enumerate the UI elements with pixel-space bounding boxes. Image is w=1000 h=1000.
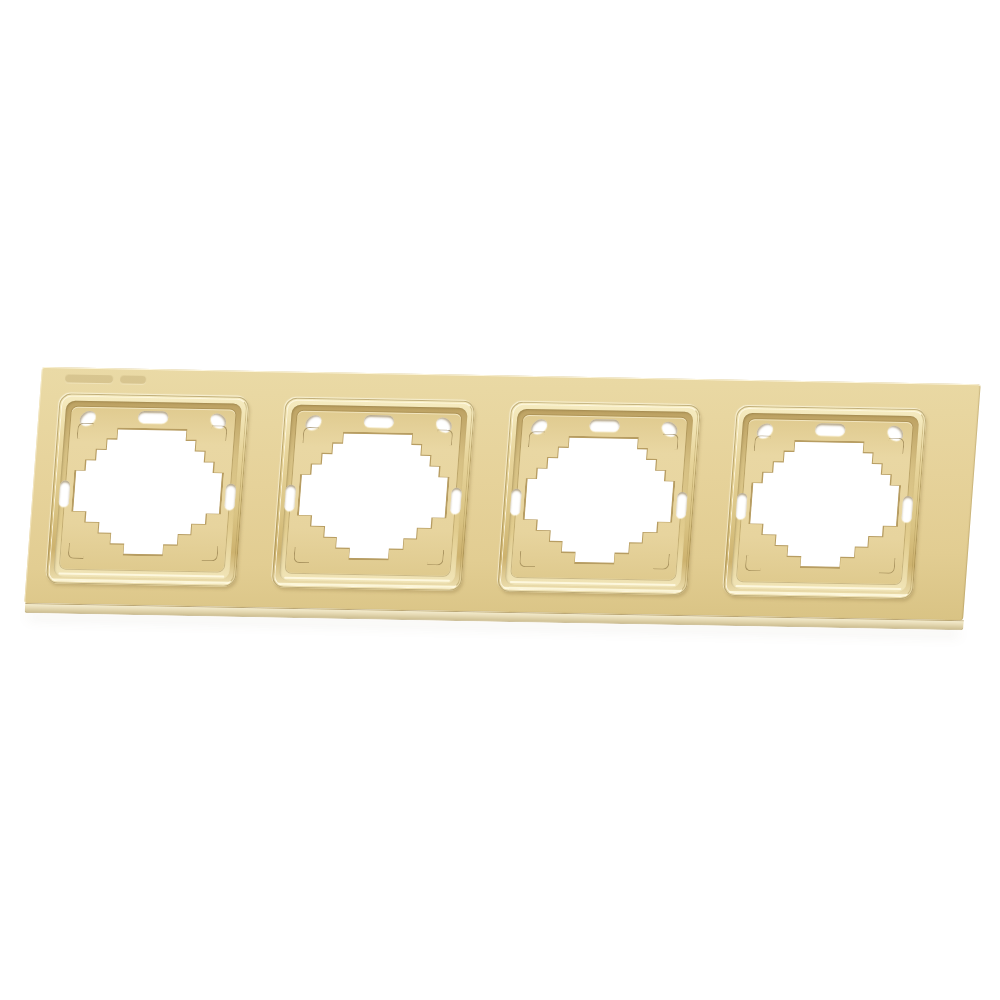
corner-seam bbox=[653, 553, 670, 569]
corner-seam bbox=[302, 427, 319, 443]
corner-seam bbox=[210, 425, 227, 441]
top-center-slot bbox=[815, 423, 846, 436]
stepped-aperture bbox=[519, 435, 678, 566]
gang-opening-4 bbox=[723, 406, 927, 599]
right-side-slot bbox=[901, 496, 913, 522]
gang-insert bbox=[60, 407, 236, 572]
corner-seam bbox=[427, 549, 444, 565]
corner-seam bbox=[662, 433, 679, 449]
gang-insert bbox=[511, 415, 687, 580]
right-side-slot bbox=[676, 492, 688, 518]
right-side-slot bbox=[450, 488, 462, 514]
left-side-slot bbox=[510, 489, 522, 515]
gang-row bbox=[24, 367, 980, 620]
corner-seam bbox=[745, 555, 762, 571]
right-side-slot bbox=[224, 484, 236, 510]
corner-seam bbox=[436, 429, 453, 445]
left-side-slot bbox=[736, 493, 748, 519]
gang-insert bbox=[286, 411, 462, 576]
top-center-slot bbox=[363, 415, 394, 428]
corner-seam bbox=[77, 423, 94, 439]
top-center-slot bbox=[138, 411, 169, 424]
corner-seam bbox=[519, 551, 536, 567]
corner-seam bbox=[293, 547, 310, 563]
gang-opening-3 bbox=[497, 402, 701, 595]
stepped-aperture bbox=[745, 439, 904, 570]
corner-seam bbox=[528, 431, 545, 447]
gang-insert bbox=[737, 419, 913, 584]
gang-opening-1 bbox=[46, 393, 250, 586]
corner-seam bbox=[878, 558, 895, 574]
stepped-aperture bbox=[68, 427, 227, 558]
stepped-aperture bbox=[294, 431, 453, 562]
corner-seam bbox=[887, 438, 904, 454]
corner-seam bbox=[201, 545, 218, 561]
top-center-slot bbox=[589, 419, 620, 432]
left-side-slot bbox=[284, 485, 296, 511]
gang-opening-2 bbox=[271, 398, 475, 591]
switch-frame-plate bbox=[24, 367, 980, 620]
left-side-slot bbox=[59, 480, 71, 506]
corner-seam bbox=[68, 543, 85, 559]
corner-seam bbox=[754, 435, 771, 451]
